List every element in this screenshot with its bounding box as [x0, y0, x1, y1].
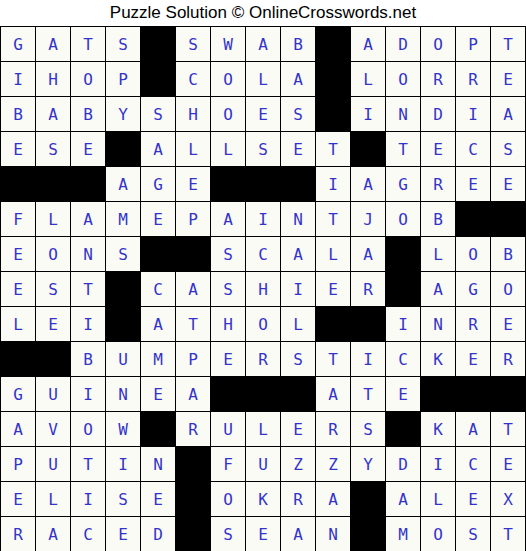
letter-cell-r9-c14: R: [456, 307, 490, 341]
letter-cell-r1-c14: P: [456, 27, 490, 61]
black-cell-r10-c1: [1, 342, 35, 376]
letter-cell-r7-c8: C: [246, 237, 280, 271]
letter-cell-r8-c8: H: [246, 272, 280, 306]
letter-cell-r5-c12: G: [386, 167, 420, 201]
letter-cell-r12-c6: R: [176, 412, 210, 446]
black-cell-r5-c1: [1, 167, 35, 201]
letter-cell-r1-c1: G: [1, 27, 35, 61]
letter-cell-r8-c15: O: [491, 272, 525, 306]
letter-cell-r15-c4: E: [106, 517, 140, 551]
letter-cell-r13-c2: U: [36, 447, 70, 481]
letter-cell-r15-c15: T: [491, 517, 525, 551]
letter-cell-r4-c9: E: [281, 132, 315, 166]
letter-cell-r12-c7: U: [211, 412, 245, 446]
letter-cell-r5-c6: E: [176, 167, 210, 201]
letter-cell-r10-c6: P: [176, 342, 210, 376]
black-cell-r2-c10: [316, 62, 350, 96]
letter-cell-r2-c11: L: [351, 62, 385, 96]
letter-cell-r4-c2: S: [36, 132, 70, 166]
crossword-grid: GATSSWABADOPTIHOPCOLALORREBABYSHOESINDIA…: [0, 26, 526, 551]
black-cell-r14-c6: [176, 482, 210, 516]
letter-cell-r3-c15: A: [491, 97, 525, 131]
letter-cell-r7-c11: A: [351, 237, 385, 271]
letter-cell-r4-c10: T: [316, 132, 350, 166]
letter-cell-r10-c14: E: [456, 342, 490, 376]
letter-cell-r3-c13: D: [421, 97, 455, 131]
letter-cell-r9-c15: E: [491, 307, 525, 341]
black-cell-r15-c6: [176, 517, 210, 551]
letter-cell-r11-c3: I: [71, 377, 105, 411]
letter-cell-r14-c1: E: [1, 482, 35, 516]
letter-cell-r3-c4: Y: [106, 97, 140, 131]
letter-cell-r5-c11: A: [351, 167, 385, 201]
letter-cell-r1-c11: A: [351, 27, 385, 61]
letter-cell-r1-c12: D: [386, 27, 420, 61]
letter-cell-r6-c5: E: [141, 202, 175, 236]
letter-cell-r10-c9: S: [281, 342, 315, 376]
letter-cell-r14-c5: E: [141, 482, 175, 516]
letter-cell-r12-c14: A: [456, 412, 490, 446]
letter-cell-r2-c14: R: [456, 62, 490, 96]
letter-cell-r14-c13: L: [421, 482, 455, 516]
letter-cell-r4-c6: L: [176, 132, 210, 166]
letter-cell-r3-c11: I: [351, 97, 385, 131]
letter-cell-r1-c7: W: [211, 27, 245, 61]
black-cell-r14-c11: [351, 482, 385, 516]
letter-cell-r10-c11: I: [351, 342, 385, 376]
letter-cell-r14-c9: R: [281, 482, 315, 516]
letter-cell-r11-c6: A: [176, 377, 210, 411]
black-cell-r11-c7: [211, 377, 245, 411]
letter-cell-r5-c13: R: [421, 167, 455, 201]
letter-cell-r6-c11: J: [351, 202, 385, 236]
black-cell-r9-c4: [106, 307, 140, 341]
letter-cell-r13-c15: E: [491, 447, 525, 481]
letter-cell-r13-c9: Z: [281, 447, 315, 481]
black-cell-r5-c8: [246, 167, 280, 201]
letter-cell-r7-c9: A: [281, 237, 315, 271]
letter-cell-r13-c12: D: [386, 447, 420, 481]
letter-cell-r8-c3: T: [71, 272, 105, 306]
letter-cell-r6-c7: A: [211, 202, 245, 236]
letter-cell-r3-c14: I: [456, 97, 490, 131]
letter-cell-r7-c7: S: [211, 237, 245, 271]
letter-cell-r5-c15: E: [491, 167, 525, 201]
letter-cell-r12-c2: V: [36, 412, 70, 446]
black-cell-r5-c9: [281, 167, 315, 201]
letter-cell-r9-c5: A: [141, 307, 175, 341]
black-cell-r3-c10: [316, 97, 350, 131]
letter-cell-r13-c1: P: [1, 447, 35, 481]
letter-cell-r15-c3: C: [71, 517, 105, 551]
black-cell-r10-c2: [36, 342, 70, 376]
letter-cell-r7-c2: O: [36, 237, 70, 271]
page-title: Puzzle Solution © OnlineCrosswords.net: [0, 0, 526, 26]
black-cell-r6-c14: [456, 202, 490, 236]
black-cell-r1-c5: [141, 27, 175, 61]
letter-cell-r15-c14: S: [456, 517, 490, 551]
letter-cell-r4-c8: S: [246, 132, 280, 166]
black-cell-r2-c5: [141, 62, 175, 96]
letter-cell-r6-c6: P: [176, 202, 210, 236]
letter-cell-r6-c10: T: [316, 202, 350, 236]
letter-cell-r8-c1: E: [1, 272, 35, 306]
black-cell-r6-c15: [491, 202, 525, 236]
letter-cell-r7-c14: O: [456, 237, 490, 271]
letter-cell-r14-c15: X: [491, 482, 525, 516]
letter-cell-r15-c7: S: [211, 517, 245, 551]
letter-cell-r13-c14: C: [456, 447, 490, 481]
letter-cell-r7-c3: N: [71, 237, 105, 271]
letter-cell-r9-c6: T: [176, 307, 210, 341]
letter-cell-r8-c7: S: [211, 272, 245, 306]
letter-cell-r9-c8: O: [246, 307, 280, 341]
black-cell-r11-c14: [456, 377, 490, 411]
letter-cell-r13-c7: F: [211, 447, 245, 481]
letter-cell-r11-c5: E: [141, 377, 175, 411]
letter-cell-r1-c8: A: [246, 27, 280, 61]
black-cell-r9-c11: [351, 307, 385, 341]
letter-cell-r13-c10: Z: [316, 447, 350, 481]
letter-cell-r10-c13: K: [421, 342, 455, 376]
black-cell-r11-c13: [421, 377, 455, 411]
letter-cell-r12-c15: T: [491, 412, 525, 446]
letter-cell-r15-c5: D: [141, 517, 175, 551]
black-cell-r1-c10: [316, 27, 350, 61]
letter-cell-r13-c3: T: [71, 447, 105, 481]
letter-cell-r3-c6: H: [176, 97, 210, 131]
letter-cell-r8-c11: R: [351, 272, 385, 306]
black-cell-r4-c4: [106, 132, 140, 166]
letter-cell-r6-c3: A: [71, 202, 105, 236]
letter-cell-r4-c1: E: [1, 132, 35, 166]
letter-cell-r8-c9: I: [281, 272, 315, 306]
black-cell-r11-c15: [491, 377, 525, 411]
black-cell-r5-c2: [36, 167, 70, 201]
letter-cell-r3-c7: O: [211, 97, 245, 131]
letter-cell-r14-c2: L: [36, 482, 70, 516]
letter-cell-r14-c4: S: [106, 482, 140, 516]
letter-cell-r15-c8: E: [246, 517, 280, 551]
letter-cell-r3-c3: B: [71, 97, 105, 131]
letter-cell-r12-c9: E: [281, 412, 315, 446]
letter-cell-r11-c4: N: [106, 377, 140, 411]
letter-cell-r13-c4: I: [106, 447, 140, 481]
letter-cell-r15-c2: A: [36, 517, 70, 551]
black-cell-r7-c12: [386, 237, 420, 271]
letter-cell-r6-c8: I: [246, 202, 280, 236]
letter-cell-r14-c7: O: [211, 482, 245, 516]
letter-cell-r7-c15: B: [491, 237, 525, 271]
letter-cell-r8-c13: A: [421, 272, 455, 306]
letter-cell-r12-c11: S: [351, 412, 385, 446]
letter-cell-r2-c3: O: [71, 62, 105, 96]
letter-cell-r10-c10: T: [316, 342, 350, 376]
letter-cell-r3-c1: B: [1, 97, 35, 131]
letter-cell-r3-c9: S: [281, 97, 315, 131]
letter-cell-r1-c13: O: [421, 27, 455, 61]
letter-cell-r7-c4: S: [106, 237, 140, 271]
letter-cell-r12-c10: R: [316, 412, 350, 446]
letter-cell-r2-c4: P: [106, 62, 140, 96]
letter-cell-r15-c13: O: [421, 517, 455, 551]
letter-cell-r14-c3: I: [71, 482, 105, 516]
letter-cell-r9-c9: L: [281, 307, 315, 341]
letter-cell-r4-c12: T: [386, 132, 420, 166]
letter-cell-r2-c13: R: [421, 62, 455, 96]
letter-cell-r15-c12: M: [386, 517, 420, 551]
letter-cell-r11-c10: A: [316, 377, 350, 411]
letter-cell-r8-c10: E: [316, 272, 350, 306]
black-cell-r7-c5: [141, 237, 175, 271]
letter-cell-r1-c2: A: [36, 27, 70, 61]
letter-cell-r12-c13: K: [421, 412, 455, 446]
puzzle-page: Puzzle Solution © OnlineCrosswords.net G…: [0, 0, 526, 551]
letter-cell-r4-c14: C: [456, 132, 490, 166]
letter-cell-r10-c15: R: [491, 342, 525, 376]
letter-cell-r5-c10: I: [316, 167, 350, 201]
black-cell-r7-c6: [176, 237, 210, 271]
black-cell-r15-c11: [351, 517, 385, 551]
letter-cell-r11-c11: T: [351, 377, 385, 411]
letter-cell-r2-c15: E: [491, 62, 525, 96]
letter-cell-r5-c4: A: [106, 167, 140, 201]
letter-cell-r5-c5: G: [141, 167, 175, 201]
letter-cell-r15-c9: A: [281, 517, 315, 551]
letter-cell-r2-c1: I: [1, 62, 35, 96]
black-cell-r5-c3: [71, 167, 105, 201]
black-cell-r12-c5: [141, 412, 175, 446]
letter-cell-r10-c5: M: [141, 342, 175, 376]
letter-cell-r15-c1: R: [1, 517, 35, 551]
black-cell-r8-c4: [106, 272, 140, 306]
letter-cell-r9-c1: L: [1, 307, 35, 341]
letter-cell-r11-c2: U: [36, 377, 70, 411]
letter-cell-r8-c6: A: [176, 272, 210, 306]
letter-cell-r15-c10: N: [316, 517, 350, 551]
letter-cell-r9-c13: N: [421, 307, 455, 341]
letter-cell-r12-c8: L: [246, 412, 280, 446]
letter-cell-r1-c9: B: [281, 27, 315, 61]
letter-cell-r4-c13: E: [421, 132, 455, 166]
black-cell-r4-c11: [351, 132, 385, 166]
letter-cell-r10-c4: U: [106, 342, 140, 376]
letter-cell-r14-c10: A: [316, 482, 350, 516]
letter-cell-r10-c3: B: [71, 342, 105, 376]
letter-cell-r8-c5: C: [141, 272, 175, 306]
black-cell-r12-c12: [386, 412, 420, 446]
letter-cell-r6-c1: F: [1, 202, 35, 236]
letter-cell-r9-c3: I: [71, 307, 105, 341]
letter-cell-r10-c12: C: [386, 342, 420, 376]
black-cell-r11-c9: [281, 377, 315, 411]
letter-cell-r7-c10: L: [316, 237, 350, 271]
letter-cell-r9-c12: I: [386, 307, 420, 341]
letter-cell-r9-c2: E: [36, 307, 70, 341]
letter-cell-r8-c2: S: [36, 272, 70, 306]
black-cell-r5-c7: [211, 167, 245, 201]
letter-cell-r6-c9: N: [281, 202, 315, 236]
letter-cell-r13-c11: Y: [351, 447, 385, 481]
black-cell-r13-c6: [176, 447, 210, 481]
letter-cell-r2-c2: H: [36, 62, 70, 96]
letter-cell-r10-c7: E: [211, 342, 245, 376]
letter-cell-r3-c5: S: [141, 97, 175, 131]
letter-cell-r1-c3: T: [71, 27, 105, 61]
letter-cell-r5-c14: E: [456, 167, 490, 201]
letter-cell-r13-c13: I: [421, 447, 455, 481]
letter-cell-r6-c13: B: [421, 202, 455, 236]
letter-cell-r3-c12: N: [386, 97, 420, 131]
letter-cell-r1-c4: S: [106, 27, 140, 61]
letter-cell-r13-c8: U: [246, 447, 280, 481]
letter-cell-r14-c12: A: [386, 482, 420, 516]
letter-cell-r12-c4: W: [106, 412, 140, 446]
letter-cell-r3-c8: E: [246, 97, 280, 131]
letter-cell-r4-c3: E: [71, 132, 105, 166]
letter-cell-r1-c15: T: [491, 27, 525, 61]
letter-cell-r14-c8: K: [246, 482, 280, 516]
letter-cell-r6-c12: O: [386, 202, 420, 236]
letter-cell-r11-c1: G: [1, 377, 35, 411]
letter-cell-r4-c7: L: [211, 132, 245, 166]
letter-cell-r4-c15: S: [491, 132, 525, 166]
letter-cell-r6-c2: L: [36, 202, 70, 236]
letter-cell-r7-c13: L: [421, 237, 455, 271]
letter-cell-r2-c12: O: [386, 62, 420, 96]
letter-cell-r14-c14: E: [456, 482, 490, 516]
letter-cell-r11-c12: E: [386, 377, 420, 411]
letter-cell-r2-c8: L: [246, 62, 280, 96]
letter-cell-r2-c9: A: [281, 62, 315, 96]
letter-cell-r13-c5: N: [141, 447, 175, 481]
letter-cell-r3-c2: A: [36, 97, 70, 131]
letter-cell-r4-c5: A: [141, 132, 175, 166]
letter-cell-r2-c7: O: [211, 62, 245, 96]
black-cell-r8-c12: [386, 272, 420, 306]
letter-cell-r2-c6: C: [176, 62, 210, 96]
letter-cell-r7-c1: E: [1, 237, 35, 271]
black-cell-r11-c8: [246, 377, 280, 411]
letter-cell-r6-c4: M: [106, 202, 140, 236]
letter-cell-r10-c8: R: [246, 342, 280, 376]
letter-cell-r9-c7: H: [211, 307, 245, 341]
letter-cell-r12-c3: O: [71, 412, 105, 446]
letter-cell-r12-c1: A: [1, 412, 35, 446]
letter-cell-r8-c14: G: [456, 272, 490, 306]
black-cell-r9-c10: [316, 307, 350, 341]
letter-cell-r1-c6: S: [176, 27, 210, 61]
